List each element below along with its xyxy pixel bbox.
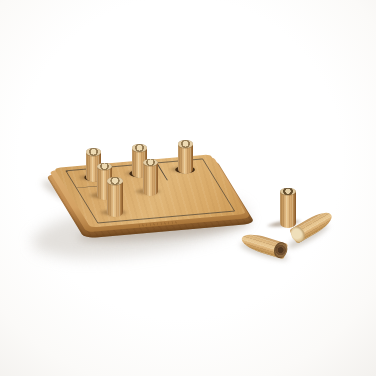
peg-r3c1 [107, 177, 123, 217]
peg-top-face [132, 144, 147, 152]
peg-top-face [178, 140, 193, 148]
peg-off-board-standing [280, 188, 296, 228]
peg-top-face [97, 163, 113, 171]
peg-r2c2 [143, 159, 159, 196]
peg-top-face [107, 177, 123, 185]
peg-body [107, 181, 123, 217]
peg-body [280, 191, 296, 227]
peg-top-face [86, 148, 101, 156]
peg-top-face [143, 159, 159, 167]
peg-body [178, 144, 193, 174]
peg-body [143, 162, 159, 195]
product-photo-scene: Bamboo tic-tac-toe peg board photographe… [0, 0, 376, 376]
peg-r1c3 [178, 140, 193, 174]
peg-top-face [280, 188, 296, 196]
